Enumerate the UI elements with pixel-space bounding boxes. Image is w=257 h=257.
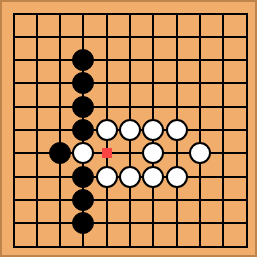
black-stone bbox=[72, 72, 94, 94]
grid-line-horizontal bbox=[13, 246, 248, 248]
black-stone bbox=[72, 49, 94, 71]
white-stone bbox=[142, 166, 164, 188]
black-stone bbox=[72, 212, 94, 234]
grid-line-horizontal bbox=[13, 152, 248, 154]
grid-line-horizontal bbox=[13, 199, 248, 201]
black-stone bbox=[49, 142, 71, 164]
grid-line-vertical bbox=[222, 13, 224, 248]
go-board-diagram bbox=[0, 0, 257, 257]
white-stone bbox=[119, 166, 141, 188]
black-stone bbox=[72, 119, 94, 141]
black-stone bbox=[72, 189, 94, 211]
grid-line-vertical bbox=[246, 13, 248, 248]
red-square-marker bbox=[102, 148, 112, 158]
white-stone bbox=[96, 166, 118, 188]
black-stone bbox=[72, 96, 94, 118]
white-stone bbox=[166, 166, 188, 188]
white-stone bbox=[142, 142, 164, 164]
white-stone bbox=[142, 119, 164, 141]
white-stone bbox=[119, 119, 141, 141]
white-stone bbox=[166, 119, 188, 141]
white-stone bbox=[72, 142, 94, 164]
white-stone bbox=[96, 119, 118, 141]
grid-line-vertical bbox=[199, 13, 201, 248]
grid-line-horizontal bbox=[13, 222, 248, 224]
go-board[interactable] bbox=[2, 2, 255, 255]
white-stone bbox=[189, 142, 211, 164]
black-stone bbox=[72, 166, 94, 188]
